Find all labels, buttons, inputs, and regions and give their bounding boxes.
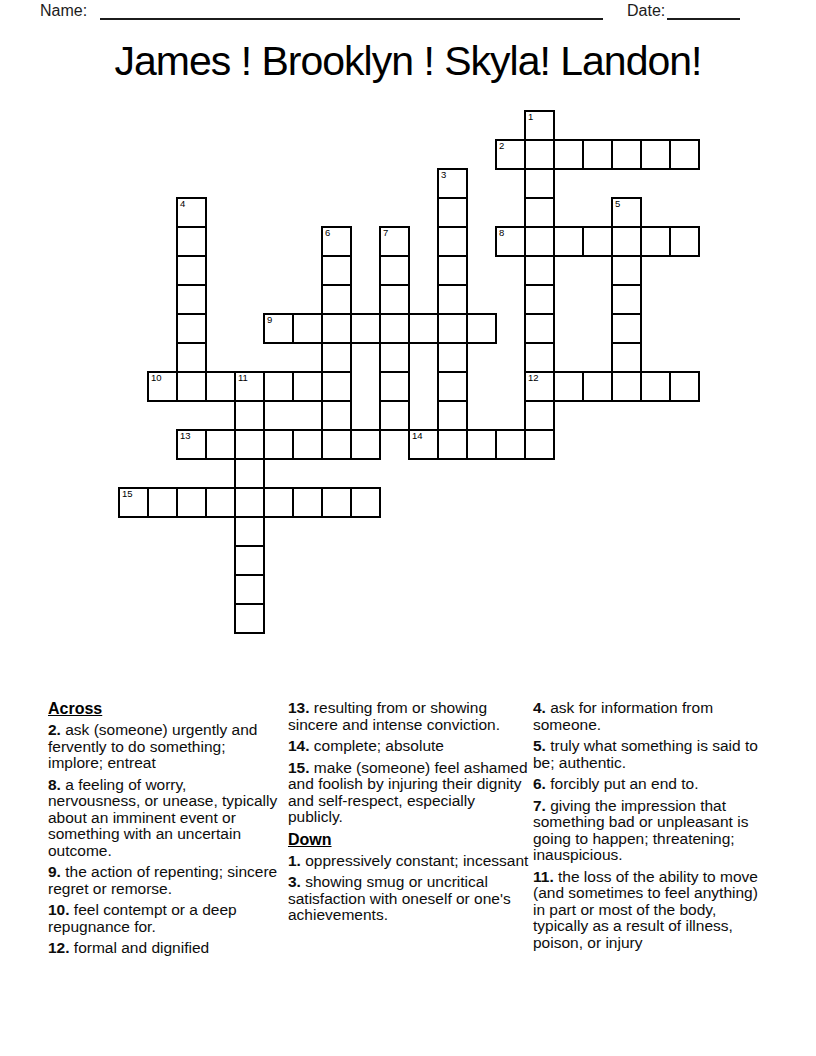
grid-cell-r7c12[interactable] (466, 313, 497, 344)
grid-cell-r9c2[interactable] (176, 371, 207, 402)
clue-down-5: 5. truly what something is said to be; a… (533, 738, 769, 771)
grid-cell-r4c14[interactable] (524, 226, 555, 257)
grid-cell-r9c6[interactable] (292, 371, 323, 402)
cell-number-7: 7 (383, 228, 388, 238)
grid-cell-r4c9[interactable]: 7 (379, 226, 410, 257)
clue-down-7: 7. giving the impression that something … (533, 798, 769, 864)
grid-cell-r6c14[interactable] (524, 284, 555, 315)
grid-cell-r4c15[interactable] (553, 226, 584, 257)
clue-across-8: 8. a feeling of worry, nervousness, or u… (48, 777, 281, 860)
grid-cell-r4c19[interactable] (669, 226, 700, 257)
grid-cell-r9c15[interactable] (553, 371, 584, 402)
cell-number-14: 14 (412, 431, 423, 441)
grid-cell-r9c7[interactable] (321, 371, 352, 402)
clue-across-15: 15. make (someone) feel ashamed and fool… (288, 760, 531, 826)
grid-cell-r6c17[interactable] (611, 284, 642, 315)
grid-cell-r11c13[interactable] (495, 429, 526, 460)
grid-cell-r9c11[interactable] (437, 371, 468, 402)
clue-number-across-13: 13. (288, 699, 310, 716)
cell-number-9: 9 (267, 315, 272, 325)
grid-cell-r7c7[interactable] (321, 313, 352, 344)
grid-cell-r11c3[interactable] (205, 429, 236, 460)
clue-number-across-9: 9. (48, 863, 61, 880)
grid-cell-r7c8[interactable] (350, 313, 381, 344)
grid-cell-r11c11[interactable] (437, 429, 468, 460)
grid-cell-r10c7[interactable] (321, 400, 352, 431)
clue-number-across-15: 15. (288, 759, 310, 776)
grid-cell-r4c18[interactable] (640, 226, 671, 257)
grid-cell-r12c4[interactable] (234, 458, 265, 489)
grid-cell-r9c1[interactable]: 10 (147, 371, 178, 402)
grid-cell-r6c2[interactable] (176, 284, 207, 315)
grid-cell-r17c4[interactable] (234, 603, 265, 634)
grid-cell-r13c2[interactable] (176, 487, 207, 518)
grid-cell-r4c2[interactable] (176, 226, 207, 257)
clue-number-down-1: 1. (288, 852, 301, 869)
grid-cell-r5c14[interactable] (524, 255, 555, 286)
grid-cell-r7c14[interactable] (524, 313, 555, 344)
clue-number-across-12: 12. (48, 939, 70, 956)
cell-number-2: 2 (499, 141, 504, 151)
grid-cell-r9c5[interactable] (263, 371, 294, 402)
grid-cell-r11c6[interactable] (292, 429, 323, 460)
across-header: Across (48, 700, 281, 717)
grid-cell-r5c9[interactable] (379, 255, 410, 286)
grid-cell-r9c19[interactable] (669, 371, 700, 402)
grid-cell-r6c7[interactable] (321, 284, 352, 315)
clue-number-across-2: 2. (48, 721, 61, 738)
grid-cell-r3c2[interactable]: 4 (176, 197, 207, 228)
grid-cell-r6c9[interactable] (379, 284, 410, 315)
grid-cell-r7c17[interactable] (611, 313, 642, 344)
cell-number-4: 4 (180, 199, 185, 209)
grid-cell-r9c3[interactable] (205, 371, 236, 402)
clue-number-across-10: 10. (48, 901, 70, 918)
grid-cell-r8c11[interactable] (437, 342, 468, 373)
cell-number-10: 10 (151, 373, 162, 383)
grid-cell-r13c6[interactable] (292, 487, 323, 518)
grid-cell-r9c4[interactable]: 11 (234, 371, 265, 402)
grid-cell-r13c7[interactable] (321, 487, 352, 518)
cell-number-3: 3 (441, 170, 446, 180)
date-label: Date: (627, 2, 665, 20)
cell-number-15: 15 (122, 489, 133, 499)
cell-number-13: 13 (180, 431, 191, 441)
cell-number-12: 12 (528, 373, 539, 383)
grid-cell-r1c18[interactable] (640, 139, 671, 170)
grid-cell-r4c16[interactable] (582, 226, 613, 257)
clue-across-14: 14. complete; absolute (288, 738, 531, 755)
grid-cell-r8c2[interactable] (176, 342, 207, 373)
grid-cell-r1c16[interactable] (582, 139, 613, 170)
clue-number-across-14: 14. (288, 737, 310, 754)
grid-cell-r6c11[interactable] (437, 284, 468, 315)
grid-cell-r11c4[interactable] (234, 429, 265, 460)
grid-cell-r9c16[interactable] (582, 371, 613, 402)
grid-cell-r8c7[interactable] (321, 342, 352, 373)
clue-across-12: 12. formal and dignified (48, 940, 281, 957)
clue-down-4: 4. ask for information from someone. (533, 700, 769, 733)
clue-across-9: 9. the action of repenting; sincere regr… (48, 864, 281, 897)
grid-cell-r13c1[interactable] (147, 487, 178, 518)
grid-cell-r7c6[interactable] (292, 313, 323, 344)
down-header: Down (288, 831, 531, 848)
grid-cell-r15c4[interactable] (234, 545, 265, 576)
crossword-grid: 123456789101112131415 (118, 110, 700, 634)
clue-number-across-8: 8. (48, 776, 61, 793)
grid-cell-r13c3[interactable] (205, 487, 236, 518)
grid-cell-r13c0[interactable]: 15 (118, 487, 149, 518)
grid-cell-r10c14[interactable] (524, 400, 555, 431)
grid-cell-r11c10[interactable]: 14 (408, 429, 439, 460)
grid-cell-r1c14[interactable] (524, 139, 555, 170)
grid-cell-r1c13[interactable]: 2 (495, 139, 526, 170)
clue-across-2: 2. ask (someone) urgently and fervently … (48, 722, 281, 772)
grid-cell-r7c9[interactable] (379, 313, 410, 344)
grid-cell-r2c14[interactable] (524, 168, 555, 199)
grid-cell-r11c8[interactable] (350, 429, 381, 460)
cell-number-1: 1 (528, 112, 533, 122)
grid-cell-r7c2[interactable] (176, 313, 207, 344)
clue-number-down-11: 11. (533, 868, 554, 885)
grid-cell-r7c10[interactable] (408, 313, 439, 344)
grid-cell-r16c4[interactable] (234, 574, 265, 605)
grid-cell-r1c17[interactable] (611, 139, 642, 170)
grid-cell-r13c8[interactable] (350, 487, 381, 518)
grid-cell-r8c9[interactable] (379, 342, 410, 373)
grid-cell-r3c17[interactable]: 5 (611, 197, 642, 228)
grid-cell-r8c17[interactable] (611, 342, 642, 373)
grid-cell-r2c11[interactable]: 3 (437, 168, 468, 199)
name-blank-line (100, 1, 603, 20)
grid-cell-r5c17[interactable] (611, 255, 642, 286)
grid-cell-r7c11[interactable] (437, 313, 468, 344)
grid-cell-r8c14[interactable] (524, 342, 555, 373)
clue-down-3: 3. showing smug or uncritical satisfacti… (288, 874, 531, 924)
puzzle-title: James ! Brooklyn ! Skyla! Landon! (0, 36, 816, 86)
grid-cell-r9c14[interactable]: 12 (524, 371, 555, 402)
grid-cell-r4c13[interactable]: 8 (495, 226, 526, 257)
grid-cell-r5c7[interactable] (321, 255, 352, 286)
cell-number-8: 8 (499, 228, 504, 238)
clue-number-down-7: 7. (533, 797, 546, 814)
clue-down-6: 6. forcibly put an end to. (533, 776, 769, 793)
grid-cell-r9c17[interactable] (611, 371, 642, 402)
name-label: Name: (40, 2, 87, 20)
grid-cell-r14c4[interactable] (234, 516, 265, 547)
clue-down-1: 1. oppressively constant; incessant (288, 853, 531, 870)
grid-cell-r10c4[interactable] (234, 400, 265, 431)
clue-number-down-4: 4. (533, 699, 546, 716)
clue-column-2: 13. resulting from or showing sincere an… (288, 700, 531, 929)
clue-across-13: 13. resulting from or showing sincere an… (288, 700, 531, 733)
clue-across-10: 10. feel contempt or a deep repugnance f… (48, 902, 281, 935)
grid-cell-r0c14[interactable]: 1 (524, 110, 555, 141)
grid-cell-r10c11[interactable] (437, 400, 468, 431)
clue-number-down-6: 6. (533, 775, 546, 792)
cell-number-6: 6 (325, 228, 330, 238)
grid-cell-r9c9[interactable] (379, 371, 410, 402)
clue-number-down-5: 5. (533, 737, 546, 754)
grid-cell-r4c7[interactable]: 6 (321, 226, 352, 257)
grid-cell-r1c19[interactable] (669, 139, 700, 170)
date-blank-line (667, 1, 740, 20)
grid-cell-r10c9[interactable] (379, 400, 410, 431)
grid-cell-r4c11[interactable] (437, 226, 468, 257)
grid-cell-r3c11[interactable] (437, 197, 468, 228)
grid-cell-r11c5[interactable] (263, 429, 294, 460)
grid-cell-r13c5[interactable] (263, 487, 294, 518)
clue-column-3: 4. ask for information from someone.5. t… (533, 700, 769, 956)
grid-cell-r11c12[interactable] (466, 429, 497, 460)
grid-cell-r9c18[interactable] (640, 371, 671, 402)
clue-column-1: Across2. ask (someone) urgently and ferv… (48, 700, 281, 962)
grid-cell-r3c14[interactable] (524, 197, 555, 228)
grid-cell-r11c2[interactable]: 13 (176, 429, 207, 460)
clue-number-down-3: 3. (288, 873, 301, 890)
grid-cell-r11c7[interactable] (321, 429, 352, 460)
grid-cell-r5c2[interactable] (176, 255, 207, 286)
grid-cell-r5c11[interactable] (437, 255, 468, 286)
cell-number-11: 11 (238, 373, 248, 383)
grid-cell-r7c5[interactable]: 9 (263, 313, 294, 344)
clue-down-11: 11. the loss of the ability to move (and… (533, 869, 769, 952)
grid-cell-r1c15[interactable] (553, 139, 584, 170)
grid-cell-r13c4[interactable] (234, 487, 265, 518)
grid-cell-r4c17[interactable] (611, 226, 642, 257)
grid-cell-r11c14[interactable] (524, 429, 555, 460)
cell-number-5: 5 (615, 199, 620, 209)
